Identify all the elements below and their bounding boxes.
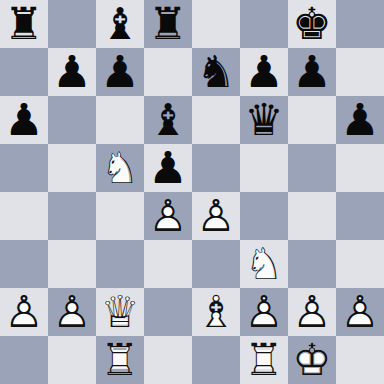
square-c7[interactable]: ♟ xyxy=(96,48,144,96)
white-queen-outline: ♕ xyxy=(96,288,144,336)
square-b7[interactable]: ♟ xyxy=(48,48,96,96)
white-pawn-outline: ♙ xyxy=(144,192,192,240)
square-d7[interactable] xyxy=(144,48,192,96)
square-a1[interactable] xyxy=(0,336,48,384)
square-e4[interactable]: ♟♙ xyxy=(192,192,240,240)
square-b6[interactable] xyxy=(48,96,96,144)
square-e2[interactable]: ♝♗ xyxy=(192,288,240,336)
piece-black-knight[interactable]: ♞ xyxy=(192,48,240,96)
square-h2[interactable]: ♟♙ xyxy=(336,288,384,336)
square-a4[interactable] xyxy=(0,192,48,240)
piece-black-rook[interactable]: ♜ xyxy=(0,0,48,48)
square-g3[interactable] xyxy=(288,240,336,288)
square-h4[interactable] xyxy=(336,192,384,240)
square-b8[interactable] xyxy=(48,0,96,48)
square-c3[interactable] xyxy=(96,240,144,288)
piece-black-pawn[interactable]: ♟ xyxy=(96,48,144,96)
piece-black-pawn[interactable]: ♟ xyxy=(336,96,384,144)
square-e1[interactable] xyxy=(192,336,240,384)
piece-white-queen[interactable]: ♛♕ xyxy=(96,288,144,336)
square-g4[interactable] xyxy=(288,192,336,240)
square-c4[interactable] xyxy=(96,192,144,240)
square-d8[interactable]: ♜ xyxy=(144,0,192,48)
piece-black-pawn[interactable]: ♟ xyxy=(0,96,48,144)
white-pawn-outline: ♙ xyxy=(48,288,96,336)
square-c5[interactable]: ♞♘ xyxy=(96,144,144,192)
square-h5[interactable] xyxy=(336,144,384,192)
square-g2[interactable]: ♟♙ xyxy=(288,288,336,336)
square-f5[interactable] xyxy=(240,144,288,192)
square-f4[interactable] xyxy=(240,192,288,240)
square-h1[interactable] xyxy=(336,336,384,384)
black-queen-glyph: ♛ xyxy=(240,96,288,144)
square-g7[interactable]: ♟ xyxy=(288,48,336,96)
black-pawn-glyph: ♟ xyxy=(240,48,288,96)
piece-white-rook[interactable]: ♜♖ xyxy=(240,336,288,384)
piece-white-bishop[interactable]: ♝♗ xyxy=(192,288,240,336)
piece-white-pawn[interactable]: ♟♙ xyxy=(240,288,288,336)
square-f1[interactable]: ♜♖ xyxy=(240,336,288,384)
black-pawn-glyph: ♟ xyxy=(144,144,192,192)
square-a7[interactable] xyxy=(0,48,48,96)
square-a5[interactable] xyxy=(0,144,48,192)
white-pawn-outline: ♙ xyxy=(240,288,288,336)
square-a3[interactable] xyxy=(0,240,48,288)
white-knight-outline: ♘ xyxy=(240,240,288,288)
square-f6[interactable]: ♛ xyxy=(240,96,288,144)
square-g5[interactable] xyxy=(288,144,336,192)
square-c8[interactable]: ♝ xyxy=(96,0,144,48)
piece-black-bishop[interactable]: ♝ xyxy=(144,96,192,144)
square-e8[interactable] xyxy=(192,0,240,48)
square-f3[interactable]: ♞♘ xyxy=(240,240,288,288)
square-e5[interactable] xyxy=(192,144,240,192)
square-b5[interactable] xyxy=(48,144,96,192)
black-pawn-glyph: ♟ xyxy=(48,48,96,96)
square-d1[interactable] xyxy=(144,336,192,384)
piece-white-rook[interactable]: ♜♖ xyxy=(96,336,144,384)
black-pawn-glyph: ♟ xyxy=(288,48,336,96)
black-rook-glyph: ♜ xyxy=(0,0,48,48)
piece-black-pawn[interactable]: ♟ xyxy=(48,48,96,96)
square-e6[interactable] xyxy=(192,96,240,144)
square-h7[interactable] xyxy=(336,48,384,96)
black-pawn-glyph: ♟ xyxy=(336,96,384,144)
square-c6[interactable] xyxy=(96,96,144,144)
piece-black-pawn[interactable]: ♟ xyxy=(144,144,192,192)
black-bishop-glyph: ♝ xyxy=(96,0,144,48)
square-d2[interactable] xyxy=(144,288,192,336)
black-pawn-glyph: ♟ xyxy=(0,96,48,144)
black-king-glyph: ♚ xyxy=(288,0,336,48)
square-d6[interactable]: ♝ xyxy=(144,96,192,144)
square-a2[interactable]: ♟♙ xyxy=(0,288,48,336)
square-d5[interactable]: ♟ xyxy=(144,144,192,192)
square-f8[interactable] xyxy=(240,0,288,48)
white-rook-outline: ♖ xyxy=(96,336,144,384)
piece-white-pawn[interactable]: ♟♙ xyxy=(288,288,336,336)
square-f7[interactable]: ♟ xyxy=(240,48,288,96)
white-pawn-outline: ♙ xyxy=(192,192,240,240)
square-g6[interactable] xyxy=(288,96,336,144)
piece-black-queen[interactable]: ♛ xyxy=(240,96,288,144)
square-e7[interactable]: ♞ xyxy=(192,48,240,96)
square-a6[interactable]: ♟ xyxy=(0,96,48,144)
chess-board: ♜♝♜♚♟♟♞♟♟♟♝♛♟♞♘♟♟♙♟♙♞♘♟♙♟♙♛♕♝♗♟♙♟♙♟♙♜♖♜♖… xyxy=(0,0,384,384)
piece-white-pawn[interactable]: ♟♙ xyxy=(192,192,240,240)
square-e3[interactable] xyxy=(192,240,240,288)
square-g1[interactable]: ♚♔ xyxy=(288,336,336,384)
piece-white-pawn[interactable]: ♟♙ xyxy=(336,288,384,336)
square-b1[interactable] xyxy=(48,336,96,384)
white-knight-outline: ♘ xyxy=(96,144,144,192)
white-pawn-outline: ♙ xyxy=(288,288,336,336)
piece-black-pawn[interactable]: ♟ xyxy=(288,48,336,96)
square-d3[interactable] xyxy=(144,240,192,288)
square-b3[interactable] xyxy=(48,240,96,288)
piece-white-pawn[interactable]: ♟♙ xyxy=(48,288,96,336)
square-b2[interactable]: ♟♙ xyxy=(48,288,96,336)
black-knight-glyph: ♞ xyxy=(192,48,240,96)
black-rook-glyph: ♜ xyxy=(144,0,192,48)
piece-white-knight[interactable]: ♞♘ xyxy=(96,144,144,192)
piece-black-king[interactable]: ♚ xyxy=(288,0,336,48)
square-h6[interactable]: ♟ xyxy=(336,96,384,144)
square-c2[interactable]: ♛♕ xyxy=(96,288,144,336)
square-h3[interactable] xyxy=(336,240,384,288)
white-rook-outline: ♖ xyxy=(240,336,288,384)
piece-black-bishop[interactable]: ♝ xyxy=(96,0,144,48)
square-h8[interactable] xyxy=(336,0,384,48)
white-bishop-outline: ♗ xyxy=(192,288,240,336)
piece-black-pawn[interactable]: ♟ xyxy=(240,48,288,96)
piece-white-knight[interactable]: ♞♘ xyxy=(240,240,288,288)
chess-app: ♜♝♜♚♟♟♞♟♟♟♝♛♟♞♘♟♟♙♟♙♞♘♟♙♟♙♛♕♝♗♟♙♟♙♟♙♜♖♜♖… xyxy=(0,0,384,384)
piece-white-pawn[interactable]: ♟♙ xyxy=(144,192,192,240)
square-a8[interactable]: ♜ xyxy=(0,0,48,48)
black-bishop-glyph: ♝ xyxy=(144,96,192,144)
piece-white-pawn[interactable]: ♟♙ xyxy=(0,288,48,336)
square-g8[interactable]: ♚ xyxy=(288,0,336,48)
square-d4[interactable]: ♟♙ xyxy=(144,192,192,240)
piece-black-rook[interactable]: ♜ xyxy=(144,0,192,48)
square-b4[interactable] xyxy=(48,192,96,240)
white-king-outline: ♔ xyxy=(288,336,336,384)
white-pawn-outline: ♙ xyxy=(0,288,48,336)
square-c1[interactable]: ♜♖ xyxy=(96,336,144,384)
piece-white-king[interactable]: ♚♔ xyxy=(288,336,336,384)
square-f2[interactable]: ♟♙ xyxy=(240,288,288,336)
white-pawn-outline: ♙ xyxy=(336,288,384,336)
black-pawn-glyph: ♟ xyxy=(96,48,144,96)
